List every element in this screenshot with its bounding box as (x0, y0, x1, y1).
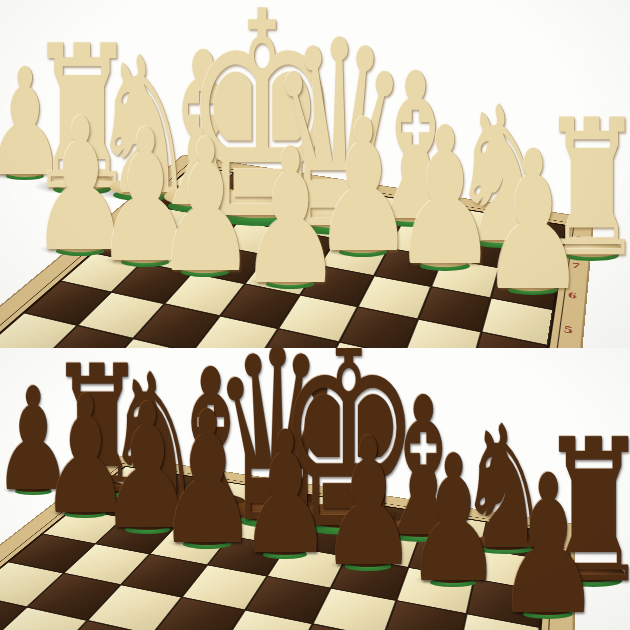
photo-dark-pieces: 87654321ABCDEFGH ♟♜♟♞♟♝♟♛♟♚♟♝♟♞♟♜ (0, 348, 630, 630)
light-pawn-piece: ♟ (232, 124, 348, 311)
dark-pawn-piece: ♟ (488, 450, 607, 630)
pieces-layer-light: ♟♜♟♞♟♝♟♚♟♛♟♝♟♞♟♜ (0, 0, 630, 348)
chess-set-photo-collage: 87654321ABCDEFGH ♟♜♟♞♟♝♟♚♟♛♟♝♟♞♟♜ 876543… (0, 0, 630, 630)
light-pawn-piece: ♟ (473, 126, 592, 318)
pieces-layer-dark: ♟♜♟♞♟♝♟♛♟♚♟♝♟♞♟♜ (0, 348, 630, 630)
photo-white-pieces: 87654321ABCDEFGH ♟♜♟♞♟♝♟♚♟♛♟♝♟♞♟♜ (0, 0, 630, 348)
